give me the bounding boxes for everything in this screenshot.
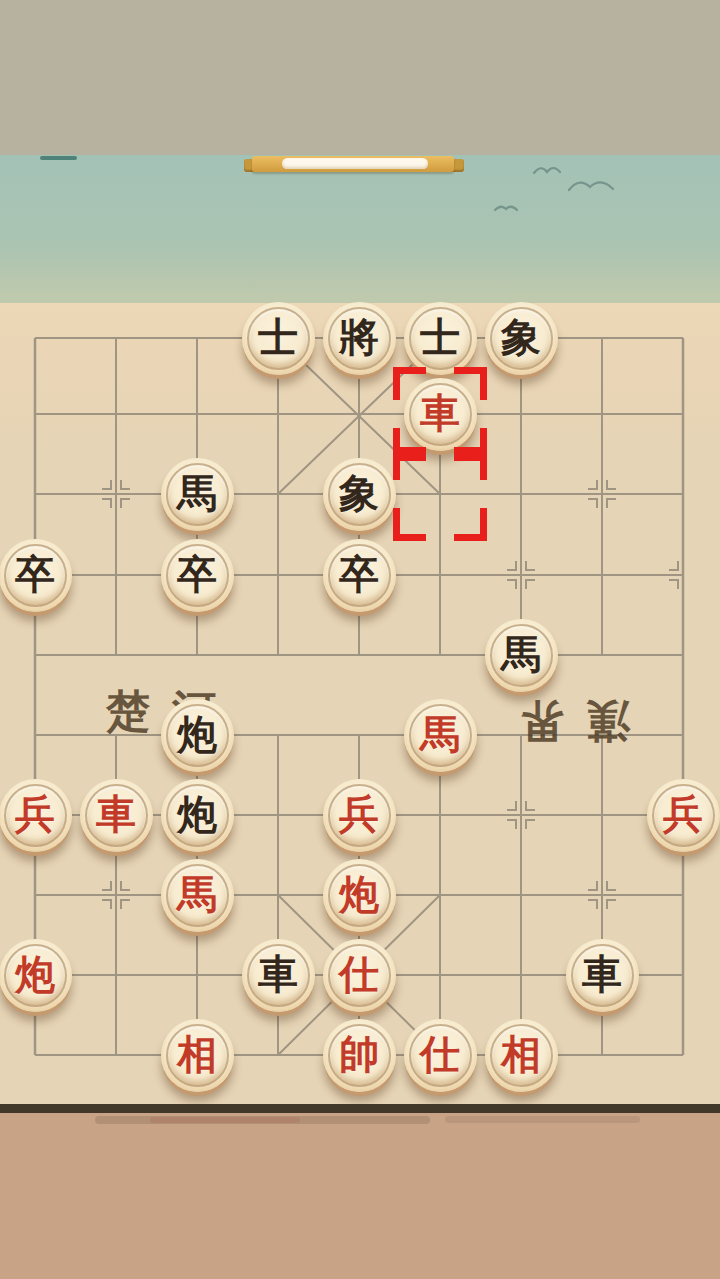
piece-glyph: 仕 (420, 1035, 460, 1075)
piece-glyph: 車 (420, 394, 460, 434)
piece-glyph: 兵 (339, 795, 379, 835)
piece-glyph: 象 (339, 474, 379, 514)
piece-glyph: 馬 (501, 635, 541, 675)
footer-smudge (150, 1117, 300, 1123)
piece-black-elephant[interactable]: 象 (485, 302, 558, 375)
piece-black-soldier[interactable]: 卒 (323, 539, 396, 612)
piece-glyph: 車 (258, 955, 298, 995)
piece-glyph: 士 (420, 318, 460, 358)
piece-glyph: 炮 (15, 955, 55, 995)
piece-black-chariot[interactable]: 車 (566, 939, 639, 1012)
piece-black-soldier[interactable]: 卒 (0, 539, 72, 612)
game-screen: 楚河 漢界 士將士象車馬象卒卒卒馬炮馬兵車炮兵兵馬炮炮車仕車相帥仕相 (0, 0, 720, 1279)
piece-glyph: 將 (339, 318, 379, 358)
footer-band (0, 1113, 720, 1279)
piece-black-advisor[interactable]: 士 (404, 302, 477, 375)
piece-black-elephant[interactable]: 象 (323, 458, 396, 531)
piece-glyph: 相 (501, 1035, 541, 1075)
piece-glyph: 仕 (339, 955, 379, 995)
piece-red-cannon[interactable]: 炮 (323, 859, 396, 932)
xiangqi-board[interactable]: 楚河 漢界 士將士象車馬象卒卒卒馬炮馬兵車炮兵兵馬炮炮車仕車相帥仕相 (0, 303, 720, 1104)
footer-smudge (445, 1116, 640, 1123)
piece-red-horse[interactable]: 馬 (404, 699, 477, 772)
piece-glyph: 車 (582, 955, 622, 995)
piece-red-chariot[interactable]: 車 (80, 779, 153, 852)
piece-glyph: 炮 (177, 715, 217, 755)
piece-black-horse[interactable]: 馬 (485, 619, 558, 692)
piece-red-soldier[interactable]: 兵 (647, 779, 720, 852)
piece-black-cannon[interactable]: 炮 (161, 779, 234, 852)
piece-red-soldier[interactable]: 兵 (323, 779, 396, 852)
piece-red-general[interactable]: 帥 (323, 1019, 396, 1092)
piece-glyph: 卒 (15, 555, 55, 595)
piece-glyph: 卒 (339, 555, 379, 595)
piece-glyph: 相 (177, 1035, 217, 1075)
piece-black-horse[interactable]: 馬 (161, 458, 234, 531)
piece-glyph: 帥 (339, 1035, 379, 1075)
piece-red-elephant[interactable]: 相 (485, 1019, 558, 1092)
piece-glyph: 兵 (663, 795, 703, 835)
piece-red-advisor[interactable]: 仕 (323, 939, 396, 1012)
top-letterbox-band (0, 0, 720, 155)
piece-black-chariot[interactable]: 車 (242, 939, 315, 1012)
piece-red-soldier[interactable]: 兵 (0, 779, 72, 852)
piece-red-advisor[interactable]: 仕 (404, 1019, 477, 1092)
piece-red-elephant[interactable]: 相 (161, 1019, 234, 1092)
piece-red-chariot[interactable]: 車 (404, 378, 477, 451)
piece-black-general[interactable]: 將 (323, 302, 396, 375)
pieces-layer: 士將士象車馬象卒卒卒馬炮馬兵車炮兵兵馬炮炮車仕車相帥仕相 (0, 0, 720, 1279)
board-bottom-edge (0, 1104, 720, 1113)
piece-glyph: 炮 (177, 795, 217, 835)
piece-glyph: 馬 (177, 474, 217, 514)
piece-black-advisor[interactable]: 士 (242, 302, 315, 375)
piece-black-soldier[interactable]: 卒 (161, 539, 234, 612)
piece-glyph: 馬 (177, 875, 217, 915)
piece-glyph: 炮 (339, 875, 379, 915)
piece-glyph: 象 (501, 318, 541, 358)
piece-glyph: 車 (96, 795, 136, 835)
piece-red-horse[interactable]: 馬 (161, 859, 234, 932)
piece-glyph: 士 (258, 318, 298, 358)
piece-glyph: 兵 (15, 795, 55, 835)
piece-red-cannon[interactable]: 炮 (0, 939, 72, 1012)
piece-black-cannon[interactable]: 炮 (161, 699, 234, 772)
piece-glyph: 卒 (177, 555, 217, 595)
piece-glyph: 馬 (420, 715, 460, 755)
